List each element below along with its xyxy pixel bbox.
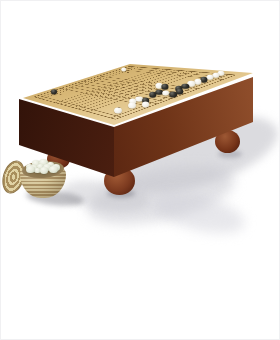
stone-white [142, 101, 150, 107]
go-board-product-photo [0, 0, 280, 340]
stone-white [194, 79, 201, 85]
stone-white [121, 67, 127, 71]
stone-black [176, 89, 184, 95]
stone-black [149, 91, 157, 97]
stone-black [162, 84, 169, 90]
stone-white [218, 70, 225, 76]
bowl-stone-white [26, 166, 35, 173]
stone-white [128, 102, 136, 108]
stone-white [206, 74, 213, 80]
stone-black [169, 91, 177, 97]
stone-black [181, 83, 188, 89]
stone-white [114, 107, 122, 113]
bowl-stone-white [40, 167, 48, 174]
stone-white [188, 81, 195, 87]
stone-black [200, 77, 207, 83]
bowl-stone-white [49, 166, 58, 173]
stone-black [51, 90, 57, 95]
